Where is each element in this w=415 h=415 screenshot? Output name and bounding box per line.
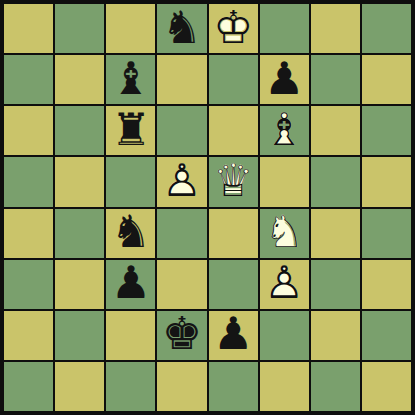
black-pawn: ♟ [106,260,155,309]
black-pawn: ♟ [260,55,309,104]
white-bishop: ♝♗ [260,106,309,155]
black-rook: ♜ [106,106,155,155]
white-pawn: ♟♙ [157,157,206,206]
white-king: ♚♔ [209,4,258,53]
square-g3[interactable] [311,260,360,309]
black-king-glyph: ♚ [162,311,202,356]
square-d2[interactable]: ♚ [157,311,206,360]
square-c4[interactable]: ♞ [106,209,155,258]
square-g1[interactable] [311,362,360,411]
square-h1[interactable] [362,362,411,411]
square-c2[interactable] [106,311,155,360]
square-f6[interactable]: ♝♗ [260,106,309,155]
square-f7[interactable]: ♟ [260,55,309,104]
square-h8[interactable] [362,4,411,53]
square-b2[interactable] [55,311,104,360]
square-e8[interactable]: ♚♔ [209,4,258,53]
square-b3[interactable] [55,260,104,309]
square-b7[interactable] [55,55,104,104]
white-pawn: ♟♙ [260,260,309,309]
black-knight-glyph: ♞ [111,209,151,254]
square-f5[interactable] [260,157,309,206]
square-h6[interactable] [362,106,411,155]
white-pawn-outline: ♙ [162,158,202,203]
white-bishop-outline: ♗ [264,107,304,152]
square-b1[interactable] [55,362,104,411]
square-h5[interactable] [362,157,411,206]
square-b4[interactable] [55,209,104,258]
black-knight: ♞ [157,4,206,53]
square-g8[interactable] [311,4,360,53]
square-c6[interactable]: ♜ [106,106,155,155]
square-e1[interactable] [209,362,258,411]
square-d7[interactable] [157,55,206,104]
square-c3[interactable]: ♟ [106,260,155,309]
square-d3[interactable] [157,260,206,309]
white-queen: ♛♕ [209,157,258,206]
black-pawn-glyph: ♟ [111,260,151,305]
square-f8[interactable] [260,4,309,53]
white-queen-outline: ♕ [213,158,253,203]
black-bishop: ♝ [106,55,155,104]
square-g7[interactable] [311,55,360,104]
square-g5[interactable] [311,157,360,206]
square-a5[interactable] [4,157,53,206]
square-f2[interactable] [260,311,309,360]
square-e6[interactable] [209,106,258,155]
white-pawn-outline: ♙ [264,260,304,305]
square-e7[interactable] [209,55,258,104]
black-king: ♚ [157,311,206,360]
square-h4[interactable] [362,209,411,258]
square-f4[interactable]: ♞♘ [260,209,309,258]
white-king-outline: ♔ [213,4,253,49]
black-pawn-glyph: ♟ [264,55,304,100]
square-a7[interactable] [4,55,53,104]
square-b6[interactable] [55,106,104,155]
black-bishop-glyph: ♝ [111,55,151,100]
white-knight-outline: ♘ [264,209,304,254]
square-b5[interactable] [55,157,104,206]
square-d6[interactable] [157,106,206,155]
square-f1[interactable] [260,362,309,411]
square-b8[interactable] [55,4,104,53]
square-a6[interactable] [4,106,53,155]
square-e3[interactable] [209,260,258,309]
square-h2[interactable] [362,311,411,360]
square-e4[interactable] [209,209,258,258]
square-c7[interactable]: ♝ [106,55,155,104]
black-rook-glyph: ♜ [111,107,151,152]
square-g6[interactable] [311,106,360,155]
square-a1[interactable] [4,362,53,411]
square-c1[interactable] [106,362,155,411]
black-pawn: ♟ [209,311,258,360]
square-d8[interactable]: ♞ [157,4,206,53]
square-g2[interactable] [311,311,360,360]
square-a2[interactable] [4,311,53,360]
square-e5[interactable]: ♛♕ [209,157,258,206]
square-c5[interactable] [106,157,155,206]
white-knight: ♞♘ [260,209,309,258]
square-a3[interactable] [4,260,53,309]
black-knight: ♞ [106,209,155,258]
square-a8[interactable] [4,4,53,53]
chess-board: ♞♚♔♝♟♜♝♗♟♙♛♕♞♞♘♟♟♙♚♟ [0,0,415,415]
square-a4[interactable] [4,209,53,258]
square-d1[interactable] [157,362,206,411]
square-d4[interactable] [157,209,206,258]
square-d5[interactable]: ♟♙ [157,157,206,206]
square-c8[interactable] [106,4,155,53]
black-knight-glyph: ♞ [162,4,202,49]
square-h7[interactable] [362,55,411,104]
square-g4[interactable] [311,209,360,258]
square-e2[interactable]: ♟ [209,311,258,360]
black-pawn-glyph: ♟ [213,311,253,356]
square-h3[interactable] [362,260,411,309]
square-f3[interactable]: ♟♙ [260,260,309,309]
